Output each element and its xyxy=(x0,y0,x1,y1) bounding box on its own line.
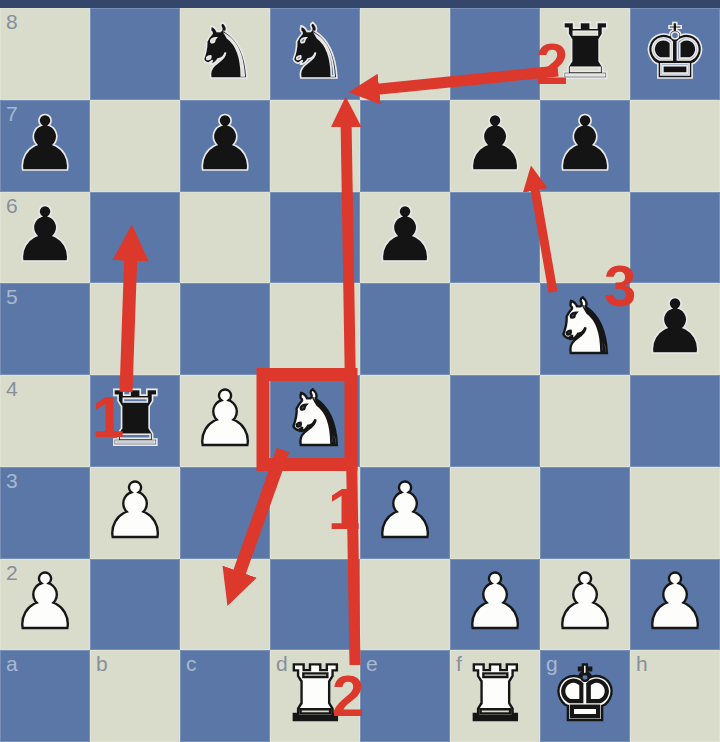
square-f8[interactable] xyxy=(450,8,540,100)
piece-white-pawn: ♟ xyxy=(11,564,79,640)
square-e8[interactable] xyxy=(360,8,450,100)
square-c6[interactable] xyxy=(180,192,270,284)
square-b5[interactable] xyxy=(90,283,180,375)
square-c4[interactable]: ♟ xyxy=(180,375,270,467)
square-f5[interactable] xyxy=(450,283,540,375)
piece-black-rook: ♜ xyxy=(551,14,619,90)
piece-white-pawn: ♟ xyxy=(371,473,439,549)
piece-black-pawn: ♟ xyxy=(371,197,439,273)
rank-label-4: 4 xyxy=(6,378,18,399)
piece-black-pawn: ♟ xyxy=(11,197,79,273)
square-h5[interactable]: ♟ xyxy=(630,283,720,375)
square-e2[interactable] xyxy=(360,559,450,651)
rank-label-8: 8 xyxy=(6,11,18,32)
square-b4[interactable]: ♜ xyxy=(90,375,180,467)
square-f4[interactable] xyxy=(450,375,540,467)
square-h1[interactable]: h xyxy=(630,650,720,742)
square-f7[interactable]: ♟ xyxy=(450,100,540,192)
piece-white-knight: ♞ xyxy=(551,289,619,365)
square-b7[interactable] xyxy=(90,100,180,192)
square-c3[interactable] xyxy=(180,467,270,559)
piece-white-pawn: ♟ xyxy=(101,473,169,549)
square-e3[interactable]: ♟ xyxy=(360,467,450,559)
square-b3[interactable]: ♟ xyxy=(90,467,180,559)
square-b2[interactable] xyxy=(90,559,180,651)
square-e1[interactable]: e xyxy=(360,650,450,742)
piece-white-knight: ♞ xyxy=(281,381,349,457)
piece-black-pawn: ♟ xyxy=(191,106,259,182)
square-a8[interactable]: 8 xyxy=(0,8,90,100)
piece-black-rook: ♜ xyxy=(101,381,169,457)
square-f6[interactable] xyxy=(450,192,540,284)
square-g4[interactable] xyxy=(540,375,630,467)
square-h3[interactable] xyxy=(630,467,720,559)
square-d6[interactable] xyxy=(270,192,360,284)
square-a3[interactable]: 3 xyxy=(0,467,90,559)
square-f1[interactable]: f♜ xyxy=(450,650,540,742)
square-a5[interactable]: 5 xyxy=(0,283,90,375)
square-c2[interactable] xyxy=(180,559,270,651)
piece-white-rook: ♜ xyxy=(461,656,529,732)
piece-black-pawn: ♟ xyxy=(551,106,619,182)
square-g7[interactable]: ♟ xyxy=(540,100,630,192)
square-d3[interactable] xyxy=(270,467,360,559)
square-h7[interactable] xyxy=(630,100,720,192)
square-e7[interactable] xyxy=(360,100,450,192)
square-d2[interactable] xyxy=(270,559,360,651)
square-c7[interactable]: ♟ xyxy=(180,100,270,192)
chess-board[interactable]: 8♞♞♜♚7♟♟♟♟6♟♟5♞♟4♜♟♞3♟♟2♟♟♟♟abcd♜ef♜g♚h xyxy=(0,8,720,742)
piece-white-pawn: ♟ xyxy=(551,564,619,640)
square-f2[interactable]: ♟ xyxy=(450,559,540,651)
square-d5[interactable] xyxy=(270,283,360,375)
square-g3[interactable] xyxy=(540,467,630,559)
piece-black-knight: ♞ xyxy=(281,14,349,90)
piece-white-rook: ♜ xyxy=(281,656,349,732)
square-e4[interactable] xyxy=(360,375,450,467)
square-c8[interactable]: ♞ xyxy=(180,8,270,100)
square-g5[interactable]: ♞ xyxy=(540,283,630,375)
rank-label-5: 5 xyxy=(6,286,18,307)
square-a2[interactable]: 2♟ xyxy=(0,559,90,651)
rank-label-3: 3 xyxy=(6,470,18,491)
square-g1[interactable]: g♚ xyxy=(540,650,630,742)
square-d8[interactable]: ♞ xyxy=(270,8,360,100)
square-b6[interactable] xyxy=(90,192,180,284)
square-c5[interactable] xyxy=(180,283,270,375)
square-a1[interactable]: a xyxy=(0,650,90,742)
square-d4[interactable]: ♞ xyxy=(270,375,360,467)
square-h8[interactable]: ♚ xyxy=(630,8,720,100)
square-a4[interactable]: 4 xyxy=(0,375,90,467)
square-b1[interactable]: b xyxy=(90,650,180,742)
chess-app: 8♞♞♜♚7♟♟♟♟6♟♟5♞♟4♜♟♞3♟♟2♟♟♟♟abcd♜ef♜g♚h … xyxy=(0,0,720,742)
square-f3[interactable] xyxy=(450,467,540,559)
square-g8[interactable]: ♜ xyxy=(540,8,630,100)
square-d1[interactable]: d♜ xyxy=(270,650,360,742)
file-label-c: c xyxy=(186,653,197,674)
square-a7[interactable]: 7♟ xyxy=(0,100,90,192)
piece-black-pawn: ♟ xyxy=(11,106,79,182)
square-e5[interactable] xyxy=(360,283,450,375)
square-h6[interactable] xyxy=(630,192,720,284)
piece-black-king: ♚ xyxy=(641,14,709,90)
piece-white-king: ♚ xyxy=(551,656,619,732)
square-b8[interactable] xyxy=(90,8,180,100)
square-e6[interactable]: ♟ xyxy=(360,192,450,284)
piece-white-pawn: ♟ xyxy=(641,564,709,640)
piece-white-pawn: ♟ xyxy=(191,381,259,457)
piece-white-pawn: ♟ xyxy=(461,564,529,640)
square-h2[interactable]: ♟ xyxy=(630,559,720,651)
square-c1[interactable]: c xyxy=(180,650,270,742)
file-label-h: h xyxy=(636,653,648,674)
piece-black-knight: ♞ xyxy=(191,14,259,90)
file-label-a: a xyxy=(6,653,18,674)
piece-black-pawn: ♟ xyxy=(461,106,529,182)
piece-black-pawn: ♟ xyxy=(641,289,709,365)
square-d7[interactable] xyxy=(270,100,360,192)
square-a6[interactable]: 6♟ xyxy=(0,192,90,284)
file-label-b: b xyxy=(96,653,108,674)
square-h4[interactable] xyxy=(630,375,720,467)
square-g2[interactable]: ♟ xyxy=(540,559,630,651)
file-label-e: e xyxy=(366,653,378,674)
square-g6[interactable] xyxy=(540,192,630,284)
